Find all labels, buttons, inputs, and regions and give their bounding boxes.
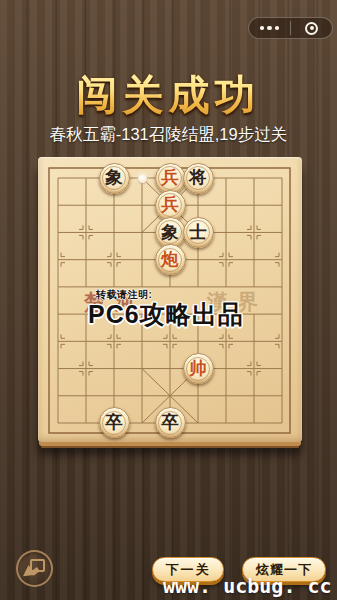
watermark-brand: PC6攻略出品 [88, 298, 244, 331]
exit-button[interactable] [291, 18, 332, 38]
piece-red-兵[interactable]: 兵 [155, 163, 186, 194]
piece-red-炮[interactable]: 炮 [155, 244, 186, 275]
piece-black-将[interactable]: 将 [183, 163, 214, 194]
piece-red-帅[interactable]: 帅 [183, 353, 214, 384]
circle-dot-icon [305, 22, 318, 35]
ellipsis-icon [267, 26, 272, 31]
ellipsis-icon [260, 26, 264, 30]
piece-black-卒[interactable]: 卒 [155, 407, 186, 438]
site-watermark: www. ucbug. cc [163, 574, 332, 598]
piece-black-卒[interactable]: 卒 [99, 407, 130, 438]
piece-black-象[interactable]: 象 [99, 163, 130, 194]
back-button[interactable] [16, 550, 53, 587]
xiangqi-board: 楚河 漢界 转载请注明: PC6攻略出品 象兵将兵象士炮帅卒卒 [38, 157, 302, 442]
piece-black-士[interactable]: 士 [183, 217, 214, 248]
last-move-marker [138, 174, 147, 183]
ellipsis-icon [275, 26, 279, 30]
wechat-capsule [248, 17, 333, 39]
more-menu-button[interactable] [249, 18, 290, 38]
page-title: 闯关成功 [0, 68, 337, 123]
level-info: 春秋五霸-131召陵结盟,19步过关 [0, 124, 337, 146]
